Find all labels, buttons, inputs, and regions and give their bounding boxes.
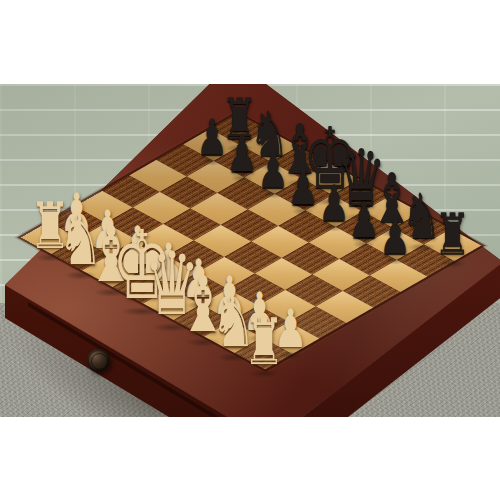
black-pawn-b7[interactable]: ♟ xyxy=(377,213,412,262)
letterbox-top xyxy=(0,0,500,84)
chess-table-photo: ♜♞♝♛♚♝♞♜♟♟♟♟♟♟♟♟♜♞♝♛♚♝♞♜♟♟♟♟♟♟♟ xyxy=(0,0,500,500)
white-rook-a1[interactable]: ♜ xyxy=(241,310,287,374)
black-rook-a8[interactable]: ♜ xyxy=(432,207,473,264)
letterbox-bottom xyxy=(0,417,500,500)
